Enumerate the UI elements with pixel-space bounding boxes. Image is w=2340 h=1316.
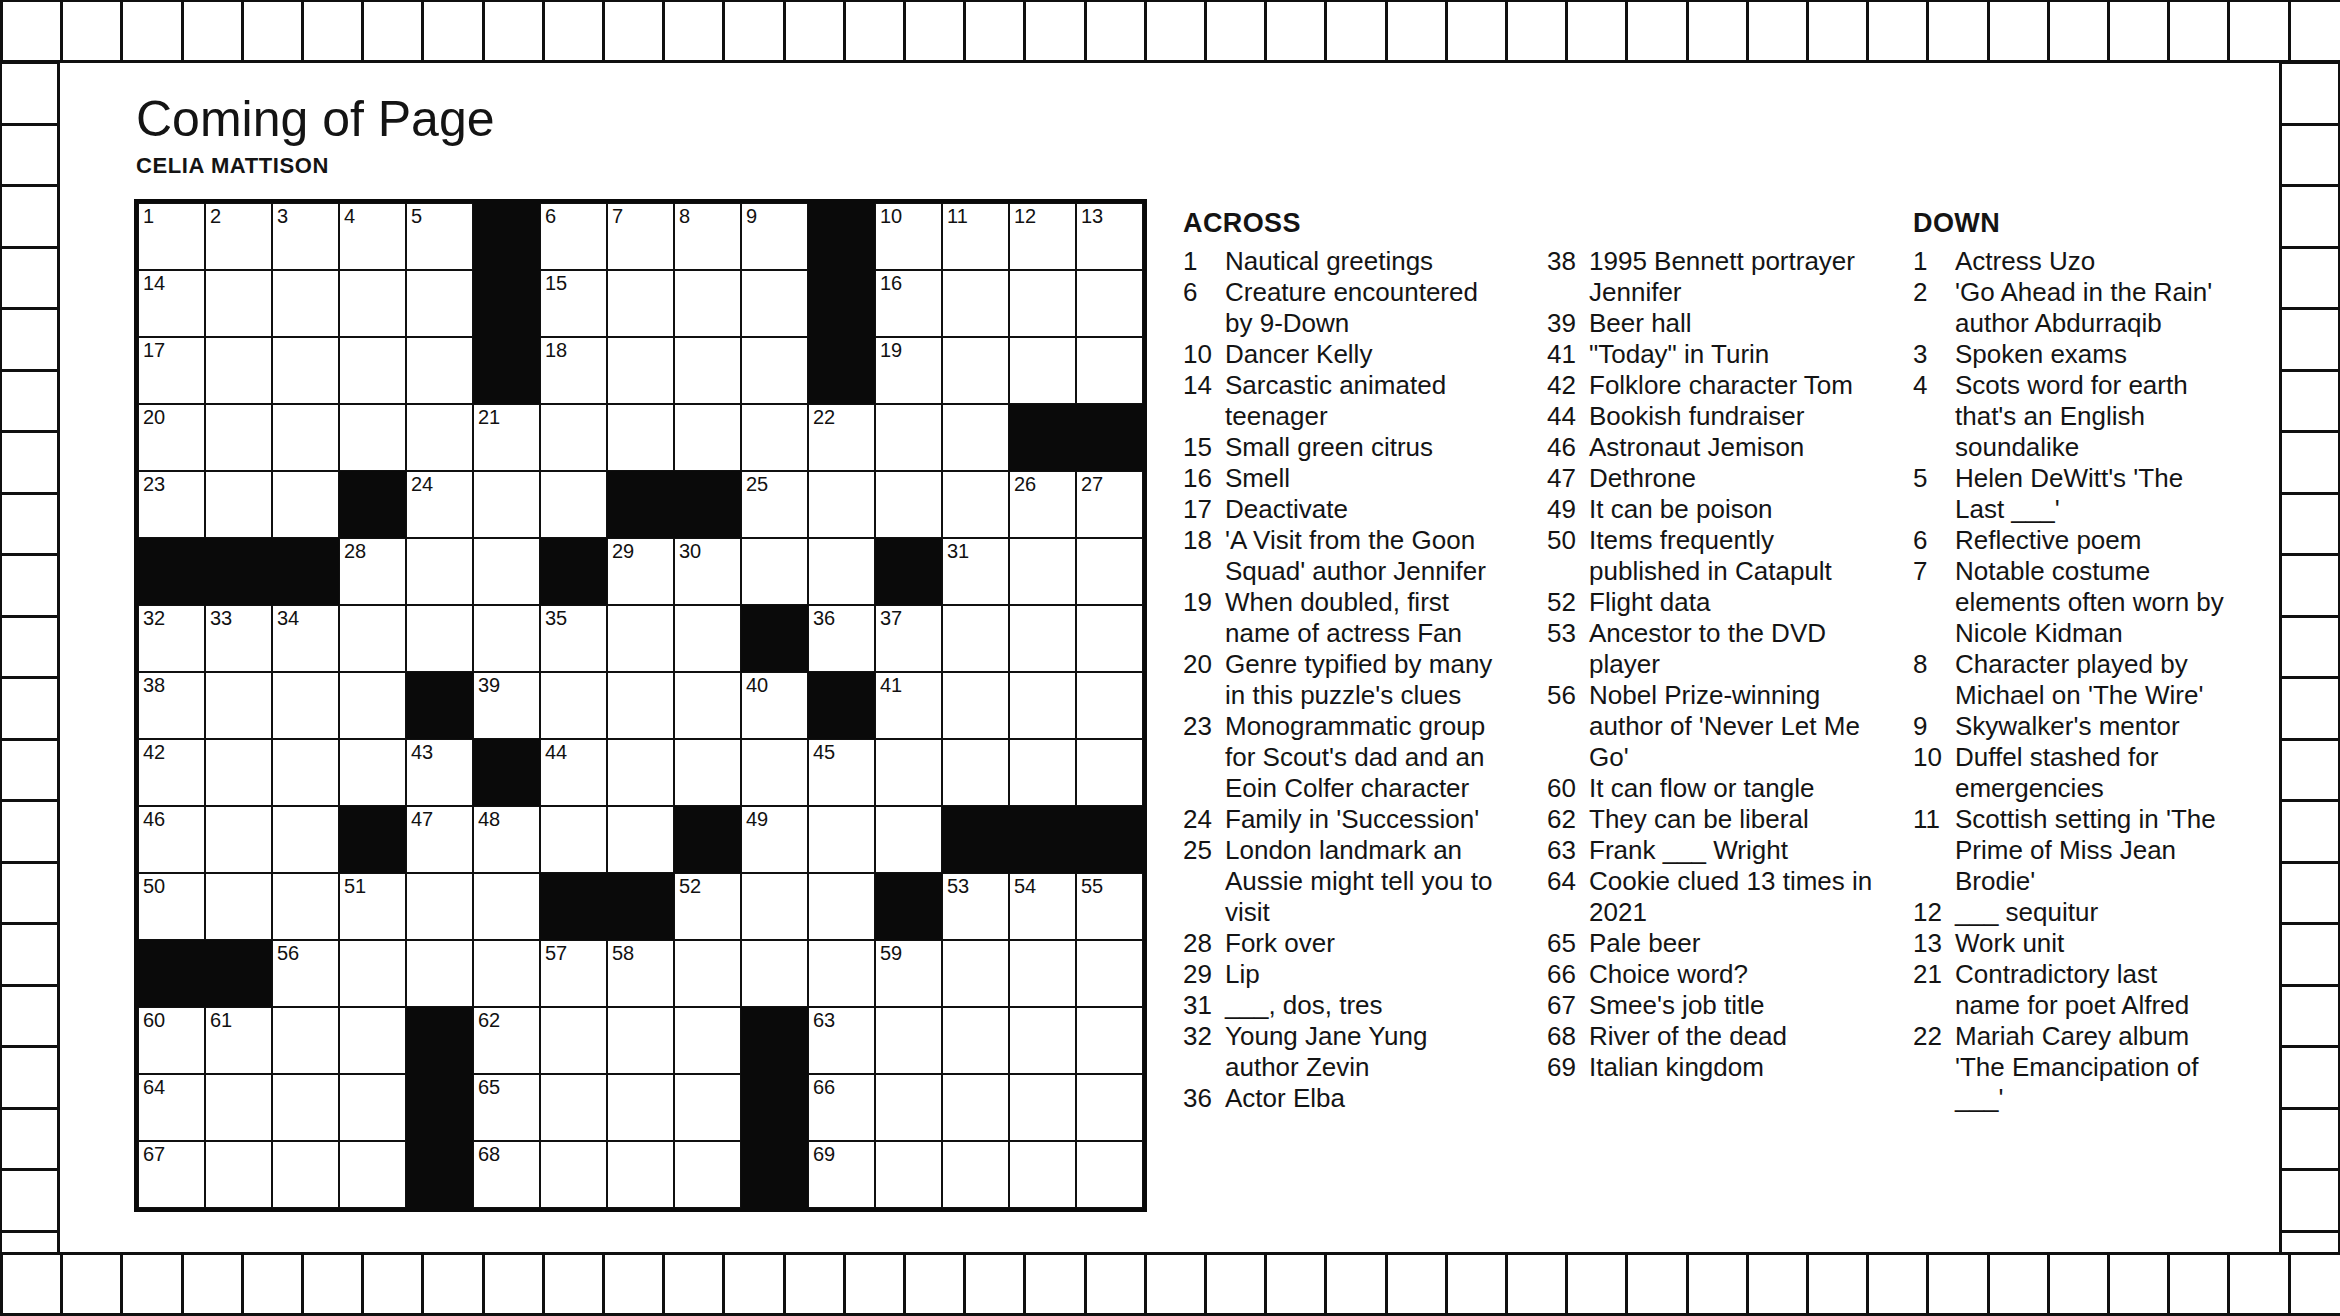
grid-cell[interactable] xyxy=(205,404,272,471)
cell-number: 66 xyxy=(813,1076,835,1099)
grid-cell[interactable] xyxy=(473,940,540,1007)
clue-number: 64 xyxy=(1547,866,1589,928)
grid-cell[interactable] xyxy=(540,471,607,538)
clue-number: 5 xyxy=(1913,463,1955,525)
clue-down-13: 13Work unit xyxy=(1913,928,2225,959)
grid-cell[interactable] xyxy=(540,1074,607,1141)
grid-cell[interactable] xyxy=(1076,1141,1143,1208)
grid-cell[interactable]: 7 xyxy=(607,203,674,270)
clue-text: Flight data xyxy=(1589,587,1879,618)
cell-number: 5 xyxy=(411,205,422,228)
clue-text: Genre typified by many in this puzzle's … xyxy=(1225,649,1498,711)
grid-cell[interactable] xyxy=(607,1007,674,1074)
grid-cell[interactable] xyxy=(339,337,406,404)
grid-cell[interactable] xyxy=(942,1141,1009,1208)
clue-number: 32 xyxy=(1183,1021,1225,1083)
black-square xyxy=(138,538,205,605)
grid-cell[interactable] xyxy=(741,538,808,605)
grid-cell[interactable]: 20 xyxy=(138,404,205,471)
grid-cell[interactable] xyxy=(339,940,406,1007)
cell-number: 18 xyxy=(545,339,567,362)
grid-cell[interactable] xyxy=(674,270,741,337)
grid-cell[interactable]: 19 xyxy=(875,337,942,404)
grid-cell[interactable]: 32 xyxy=(138,605,205,672)
clue-number: 44 xyxy=(1547,401,1589,432)
clue-number: 14 xyxy=(1183,370,1225,432)
grid-cell[interactable] xyxy=(205,1141,272,1208)
grid-cell[interactable] xyxy=(1076,337,1143,404)
grid-cell[interactable] xyxy=(540,1141,607,1208)
grid-cell[interactable] xyxy=(1009,1141,1076,1208)
grid-cell[interactable]: 55 xyxy=(1076,873,1143,940)
clue-down-3: 3Spoken exams xyxy=(1913,339,2225,370)
grid-cell[interactable]: 11 xyxy=(942,203,1009,270)
grid-cell[interactable] xyxy=(607,337,674,404)
cell-number: 1 xyxy=(143,205,154,228)
black-square xyxy=(875,538,942,605)
clue-text: Small green citrus xyxy=(1225,432,1498,463)
clue-text: It can be poison xyxy=(1589,494,1879,525)
cell-number: 10 xyxy=(880,205,902,228)
cell-number: 63 xyxy=(813,1009,835,1032)
grid-cell[interactable] xyxy=(339,404,406,471)
grid-cell[interactable] xyxy=(339,1007,406,1074)
grid-cell[interactable]: 16 xyxy=(875,270,942,337)
grid-cell[interactable] xyxy=(674,739,741,806)
grid-cell[interactable] xyxy=(741,404,808,471)
clue-down-7: 7Notable costume elements often worn by … xyxy=(1913,556,2225,649)
grid-cell[interactable]: 48 xyxy=(473,806,540,873)
clue-number: 23 xyxy=(1183,711,1225,804)
grid-cell[interactable] xyxy=(1076,538,1143,605)
grid-cell[interactable]: 38 xyxy=(138,672,205,739)
black-square xyxy=(272,538,339,605)
grid-cell[interactable] xyxy=(272,873,339,940)
grid-cell[interactable] xyxy=(272,806,339,873)
grid-cell[interactable]: 40 xyxy=(741,672,808,739)
grid-cell[interactable]: 62 xyxy=(473,1007,540,1074)
cell-number: 2 xyxy=(210,205,221,228)
grid-cell[interactable] xyxy=(607,270,674,337)
grid-cell[interactable]: 49 xyxy=(741,806,808,873)
grid-cell[interactable] xyxy=(406,270,473,337)
black-square xyxy=(473,270,540,337)
grid-cell[interactable]: 2 xyxy=(205,203,272,270)
clue-number: 56 xyxy=(1547,680,1589,773)
clue-text: Cookie clued 13 times in 2021 xyxy=(1589,866,1879,928)
grid-cell[interactable]: 25 xyxy=(741,471,808,538)
grid-cell[interactable] xyxy=(942,739,1009,806)
grid-cell[interactable]: 67 xyxy=(138,1141,205,1208)
grid-cell[interactable]: 47 xyxy=(406,806,473,873)
frame-right-squares xyxy=(2279,61,2340,1252)
grid-cell[interactable] xyxy=(272,1007,339,1074)
clue-text: Lip xyxy=(1225,959,1498,990)
grid-cell[interactable] xyxy=(205,873,272,940)
grid-cell[interactable] xyxy=(875,1141,942,1208)
grid-cell[interactable] xyxy=(1076,1074,1143,1141)
clue-across-42: 42Folklore character Tom xyxy=(1547,370,1879,401)
grid-cell[interactable] xyxy=(339,672,406,739)
grid-cell[interactable] xyxy=(205,270,272,337)
clue-down-11: 11Scottish setting in 'The Prime of Miss… xyxy=(1913,804,2225,897)
grid-cell[interactable] xyxy=(741,739,808,806)
across-header: ACROSS xyxy=(1183,206,1498,240)
grid-cell[interactable] xyxy=(674,1007,741,1074)
grid-cell[interactable] xyxy=(272,404,339,471)
grid-cell[interactable] xyxy=(607,672,674,739)
grid-cell[interactable]: 18 xyxy=(540,337,607,404)
black-square xyxy=(1076,806,1143,873)
black-square xyxy=(205,538,272,605)
grid-cell[interactable] xyxy=(205,337,272,404)
grid-cell[interactable] xyxy=(1009,270,1076,337)
grid-cell[interactable]: 57 xyxy=(540,940,607,1007)
grid-cell[interactable]: 14 xyxy=(138,270,205,337)
grid-cell[interactable]: 5 xyxy=(406,203,473,270)
grid-cell[interactable] xyxy=(205,1074,272,1141)
black-square xyxy=(875,873,942,940)
grid-cell[interactable] xyxy=(205,471,272,538)
grid-cell[interactable] xyxy=(272,471,339,538)
clue-number: 10 xyxy=(1913,742,1955,804)
clue-text: 1995 Bennett portrayer Jennifer xyxy=(1589,246,1879,308)
grid-cell[interactable] xyxy=(674,672,741,739)
clue-text: Nobel Prize-winning author of 'Never Let… xyxy=(1589,680,1879,773)
grid-cell[interactable] xyxy=(1009,538,1076,605)
clue-number: 9 xyxy=(1913,711,1955,742)
clue-text: Work unit xyxy=(1955,928,2225,959)
grid-cell[interactable] xyxy=(875,1074,942,1141)
grid-cell[interactable] xyxy=(205,672,272,739)
grid-cell[interactable] xyxy=(1076,605,1143,672)
cell-number: 7 xyxy=(612,205,623,228)
grid-cell[interactable] xyxy=(272,672,339,739)
grid-cell[interactable]: 46 xyxy=(138,806,205,873)
clue-across-60: 60It can flow or tangle xyxy=(1547,773,1879,804)
clue-across-23: 23Monogrammatic group for Scout's dad an… xyxy=(1183,711,1498,804)
grid-cell[interactable] xyxy=(607,1074,674,1141)
grid-cell[interactable]: 34 xyxy=(272,605,339,672)
grid-cell[interactable] xyxy=(607,806,674,873)
grid-cell[interactable]: 61 xyxy=(205,1007,272,1074)
black-square xyxy=(406,1007,473,1074)
grid-cell[interactable]: 69 xyxy=(808,1141,875,1208)
clue-number: 20 xyxy=(1183,649,1225,711)
grid-cell[interactable] xyxy=(942,337,1009,404)
grid-cell[interactable] xyxy=(607,605,674,672)
grid-cell[interactable]: 29 xyxy=(607,538,674,605)
grid-cell[interactable] xyxy=(540,672,607,739)
grid-cell[interactable] xyxy=(406,337,473,404)
grid-cell[interactable]: 6 xyxy=(540,203,607,270)
grid-cell[interactable] xyxy=(339,1141,406,1208)
grid-cell[interactable]: 10 xyxy=(875,203,942,270)
grid-cell[interactable]: 15 xyxy=(540,270,607,337)
grid-cell[interactable] xyxy=(942,940,1009,1007)
grid-cell[interactable] xyxy=(1009,337,1076,404)
grid-cell[interactable] xyxy=(607,1141,674,1208)
grid-cell[interactable]: 63 xyxy=(808,1007,875,1074)
cell-number: 45 xyxy=(813,741,835,764)
grid-cell[interactable] xyxy=(205,806,272,873)
grid-cell[interactable] xyxy=(875,739,942,806)
cell-number: 25 xyxy=(746,473,768,496)
grid-cell[interactable] xyxy=(406,404,473,471)
clue-number: 39 xyxy=(1547,308,1589,339)
cell-number: 49 xyxy=(746,808,768,831)
grid-cell[interactable] xyxy=(1076,1007,1143,1074)
grid-cell[interactable]: 53 xyxy=(942,873,1009,940)
grid-cell[interactable] xyxy=(272,739,339,806)
grid-cell[interactable]: 3 xyxy=(272,203,339,270)
grid-cell[interactable] xyxy=(272,337,339,404)
grid-cell[interactable] xyxy=(1076,940,1143,1007)
grid-cell[interactable] xyxy=(674,940,741,1007)
grid-cell[interactable] xyxy=(942,672,1009,739)
clue-number: 3 xyxy=(1913,339,1955,370)
grid-cell[interactable]: 13 xyxy=(1076,203,1143,270)
grid-cell[interactable]: 36 xyxy=(808,605,875,672)
black-square xyxy=(138,940,205,1007)
grid-cell[interactable] xyxy=(473,471,540,538)
clue-text: Smell xyxy=(1225,463,1498,494)
cell-number: 39 xyxy=(478,674,500,697)
grid-cell[interactable] xyxy=(808,873,875,940)
grid-cell[interactable]: 44 xyxy=(540,739,607,806)
grid-cell[interactable]: 8 xyxy=(674,203,741,270)
grid-cell[interactable]: 45 xyxy=(808,739,875,806)
grid-cell[interactable] xyxy=(1009,672,1076,739)
grid-cell[interactable] xyxy=(808,940,875,1007)
grid-cell[interactable] xyxy=(406,873,473,940)
cell-number: 65 xyxy=(478,1076,500,1099)
black-square xyxy=(1009,806,1076,873)
grid-cell[interactable] xyxy=(1076,270,1143,337)
grid-cell[interactable]: 43 xyxy=(406,739,473,806)
clue-text: Items frequently published in Catapult xyxy=(1589,525,1879,587)
down-clues: 1Actress Uzo2'Go Ahead in the Rain' auth… xyxy=(1913,246,2225,1114)
grid-cell[interactable]: 33 xyxy=(205,605,272,672)
black-square xyxy=(339,471,406,538)
grid-cell[interactable] xyxy=(674,1074,741,1141)
grid-cell[interactable] xyxy=(808,538,875,605)
cell-number: 32 xyxy=(143,607,165,630)
cell-number: 62 xyxy=(478,1009,500,1032)
cell-number: 26 xyxy=(1014,473,1036,496)
clue-text: When doubled, first name of actress Fan xyxy=(1225,587,1498,649)
grid-cell[interactable]: 66 xyxy=(808,1074,875,1141)
grid-cell[interactable] xyxy=(741,940,808,1007)
grid-cell[interactable] xyxy=(272,1141,339,1208)
grid-cell[interactable] xyxy=(339,1074,406,1141)
grid-cell[interactable]: 1 xyxy=(138,203,205,270)
clue-across-6: 6Creature encountered by 9-Down xyxy=(1183,277,1498,339)
grid-cell[interactable] xyxy=(607,739,674,806)
clue-number: 13 xyxy=(1913,928,1955,959)
cell-number: 20 xyxy=(143,406,165,429)
clue-across-16: 16Smell xyxy=(1183,463,1498,494)
grid-cell[interactable] xyxy=(1076,672,1143,739)
clue-text: Skywalker's mentor xyxy=(1955,711,2225,742)
black-square xyxy=(674,471,741,538)
grid-cell[interactable] xyxy=(540,806,607,873)
grid-cell[interactable] xyxy=(674,337,741,404)
grid-cell[interactable] xyxy=(1009,1074,1076,1141)
grid-cell[interactable] xyxy=(473,605,540,672)
grid-cell[interactable]: 37 xyxy=(875,605,942,672)
grid-cell[interactable]: 22 xyxy=(808,404,875,471)
grid-cell[interactable] xyxy=(942,270,1009,337)
grid-cell[interactable] xyxy=(1009,739,1076,806)
puzzle-title: Coming of Page xyxy=(136,92,495,146)
grid-cell[interactable] xyxy=(875,806,942,873)
clue-column-down: DOWN 1Actress Uzo2'Go Ahead in the Rain'… xyxy=(1913,206,2225,1114)
cell-number: 11 xyxy=(947,205,968,228)
grid-cell[interactable]: 30 xyxy=(674,538,741,605)
cell-number: 61 xyxy=(210,1009,232,1032)
grid-cell[interactable] xyxy=(540,1007,607,1074)
clue-text: Creature encountered by 9-Down xyxy=(1225,277,1498,339)
grid-cell[interactable]: 51 xyxy=(339,873,406,940)
grid-cell[interactable]: 39 xyxy=(473,672,540,739)
grid-cell[interactable] xyxy=(272,1074,339,1141)
clue-number: 60 xyxy=(1547,773,1589,804)
grid-cell[interactable] xyxy=(942,1074,1009,1141)
cell-number: 56 xyxy=(277,942,299,965)
cell-number: 15 xyxy=(545,272,567,295)
grid-cell[interactable] xyxy=(741,270,808,337)
grid-cell[interactable]: 9 xyxy=(741,203,808,270)
grid-cell[interactable]: 12 xyxy=(1009,203,1076,270)
grid-cell[interactable] xyxy=(1009,1007,1076,1074)
clue-across-28: 28Fork over xyxy=(1183,928,1498,959)
grid-cell[interactable] xyxy=(339,739,406,806)
clue-number: 4 xyxy=(1913,370,1955,463)
clue-text: Frank ___ Wright xyxy=(1589,835,1879,866)
grid-cell[interactable] xyxy=(607,404,674,471)
grid-cell[interactable]: 65 xyxy=(473,1074,540,1141)
clue-number: 42 xyxy=(1547,370,1589,401)
grid-cell[interactable] xyxy=(272,270,339,337)
grid-cell[interactable]: 35 xyxy=(540,605,607,672)
black-square xyxy=(808,270,875,337)
grid-cell[interactable]: 26 xyxy=(1009,471,1076,538)
crossword-grid: 1234567891011121314151617181920212223242… xyxy=(134,199,1147,1212)
clue-text: Pale beer xyxy=(1589,928,1879,959)
grid-cell[interactable] xyxy=(942,605,1009,672)
grid-cell[interactable] xyxy=(540,404,607,471)
grid-cell[interactable] xyxy=(473,873,540,940)
grid-cell[interactable]: 52 xyxy=(674,873,741,940)
grid-cell[interactable]: 56 xyxy=(272,940,339,1007)
grid-cell[interactable]: 60 xyxy=(138,1007,205,1074)
grid-cell[interactable] xyxy=(674,605,741,672)
clue-across-67: 67Smee's job title xyxy=(1547,990,1879,1021)
clue-text: Sarcastic animated teenager xyxy=(1225,370,1498,432)
grid-cell[interactable] xyxy=(875,1007,942,1074)
grid-cell[interactable] xyxy=(808,806,875,873)
clue-text: Deactivate xyxy=(1225,494,1498,525)
grid-cell[interactable]: 28 xyxy=(339,538,406,605)
grid-cell[interactable]: 4 xyxy=(339,203,406,270)
grid-cell[interactable] xyxy=(808,471,875,538)
grid-cell[interactable] xyxy=(205,739,272,806)
grid-cell[interactable] xyxy=(674,1141,741,1208)
grid-cell[interactable]: 31 xyxy=(942,538,1009,605)
grid-cell[interactable] xyxy=(875,471,942,538)
grid-cell[interactable] xyxy=(741,337,808,404)
grid-cell[interactable]: 54 xyxy=(1009,873,1076,940)
grid-cell[interactable] xyxy=(339,605,406,672)
cell-number: 4 xyxy=(344,205,355,228)
grid-cell[interactable] xyxy=(1076,739,1143,806)
grid-cell[interactable] xyxy=(406,538,473,605)
grid-cell[interactable] xyxy=(875,404,942,471)
grid-cell[interactable]: 41 xyxy=(875,672,942,739)
grid-cell[interactable] xyxy=(406,605,473,672)
grid-cell[interactable] xyxy=(741,873,808,940)
clue-across-56: 56Nobel Prize-winning author of 'Never L… xyxy=(1547,680,1879,773)
clue-across-64: 64Cookie clued 13 times in 2021 xyxy=(1547,866,1879,928)
grid-cell[interactable] xyxy=(406,940,473,1007)
grid-cell[interactable]: 21 xyxy=(473,404,540,471)
cell-number: 17 xyxy=(143,339,165,362)
grid-cell[interactable] xyxy=(942,1007,1009,1074)
clue-number: 2 xyxy=(1913,277,1955,339)
grid-cell[interactable]: 50 xyxy=(138,873,205,940)
clue-text: Notable costume elements often worn by N… xyxy=(1955,556,2225,649)
clue-number: 50 xyxy=(1547,525,1589,587)
cell-number: 9 xyxy=(746,205,757,228)
clue-text: Duffel stashed for emergencies xyxy=(1955,742,2225,804)
black-square xyxy=(406,1141,473,1208)
clue-text: Nautical greetings xyxy=(1225,246,1498,277)
cell-number: 31 xyxy=(947,540,969,563)
grid-cell[interactable]: 24 xyxy=(406,471,473,538)
clue-across-47: 47Dethrone xyxy=(1547,463,1879,494)
grid-cell[interactable] xyxy=(473,538,540,605)
clue-number: 17 xyxy=(1183,494,1225,525)
clue-number: 1 xyxy=(1913,246,1955,277)
grid-cell[interactable]: 68 xyxy=(473,1141,540,1208)
cell-number: 44 xyxy=(545,741,567,764)
clue-across-38: 381995 Bennett portrayer Jennifer xyxy=(1547,246,1879,308)
cell-number: 42 xyxy=(143,741,165,764)
grid-cell[interactable]: 59 xyxy=(875,940,942,1007)
clue-across-69: 69Italian kingdom xyxy=(1547,1052,1879,1083)
cell-number: 13 xyxy=(1081,205,1103,228)
grid-cell[interactable]: 42 xyxy=(138,739,205,806)
cell-number: 43 xyxy=(411,741,433,764)
clue-number: 11 xyxy=(1913,804,1955,897)
clue-text: ___, dos, tres xyxy=(1225,990,1498,1021)
grid-cell[interactable] xyxy=(942,471,1009,538)
grid-cell[interactable]: 27 xyxy=(1076,471,1143,538)
grid-cell[interactable]: 23 xyxy=(138,471,205,538)
puzzle-page: Coming of Page CELIA MATTISON 1234567891… xyxy=(0,0,2340,1316)
grid-cell[interactable] xyxy=(339,270,406,337)
clue-number: 28 xyxy=(1183,928,1225,959)
clue-text: Young Jane Yung author Zevin xyxy=(1225,1021,1498,1083)
grid-cell[interactable] xyxy=(1009,940,1076,1007)
grid-cell[interactable] xyxy=(674,404,741,471)
grid-cell[interactable]: 17 xyxy=(138,337,205,404)
grid-cell[interactable]: 58 xyxy=(607,940,674,1007)
grid-cell[interactable]: 64 xyxy=(138,1074,205,1141)
grid-cell[interactable] xyxy=(942,404,1009,471)
grid-cell[interactable] xyxy=(1009,605,1076,672)
